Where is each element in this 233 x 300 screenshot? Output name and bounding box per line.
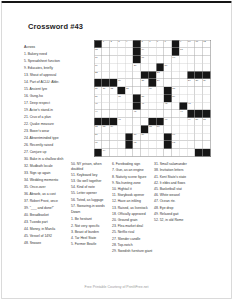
grid-cell <box>102 64 110 72</box>
grid-cell <box>110 102 118 110</box>
cell-number: 40 <box>95 103 98 105</box>
clue-item: 51. Keyboard key <box>71 172 111 176</box>
grid-cell: 2 <box>110 41 118 49</box>
grid-cell <box>172 118 180 126</box>
grid-cell: 28 <box>195 79 203 87</box>
clue-item: 9. Educates, briefly <box>24 65 77 69</box>
black-cell <box>164 133 172 141</box>
cell-number: 9 <box>180 41 181 43</box>
grid-cell <box>180 79 188 87</box>
grid-cell <box>187 141 195 149</box>
cell-number: 35 <box>172 87 175 89</box>
grid-cell: 21 <box>164 64 172 72</box>
grid-cell <box>187 149 195 157</box>
clue-item: 54. Kind of note <box>71 185 111 189</box>
clue-item: 13. Shout of approval <box>24 72 77 76</box>
grid-cell <box>187 87 195 95</box>
cell-number: 16 <box>95 56 98 58</box>
clue-item: 24. Absentminded type <box>24 135 77 139</box>
cell-number: 17 <box>141 56 144 58</box>
clue-item: 48. Snooze <box>24 240 77 244</box>
grid-cell: 32 <box>110 87 118 95</box>
grid-cell <box>187 133 195 141</box>
cell-number: 27 <box>188 79 191 81</box>
clue-item: 45. Vessel of 1492 <box>24 233 77 237</box>
cell-number: 41 <box>141 103 144 105</box>
cell-number: 55 <box>149 126 152 128</box>
cell-number: 18 <box>172 56 175 58</box>
grid-cell <box>125 118 133 126</box>
grid-cell <box>172 110 180 118</box>
black-cell <box>118 87 126 95</box>
clue-item: 23. Flea market deal <box>112 224 154 228</box>
grid-cell: 46 <box>180 110 188 118</box>
cell-number: 43 <box>188 103 191 105</box>
clue-item: 53. Go well together <box>71 179 111 183</box>
clue-item: 32. Mudbath locale <box>24 163 77 167</box>
clue-item: 21. Crux of a plan <box>24 114 77 118</box>
grid-cell <box>195 95 203 103</box>
clue-item: 45. Basketball stat <box>154 187 210 191</box>
clue-item: 12. Have an inkling <box>112 199 154 203</box>
cell-number: 59 <box>141 133 144 135</box>
grid-cell <box>149 110 157 118</box>
clue-item: 3. Beast of burden <box>71 230 111 234</box>
grid-cell <box>195 87 203 95</box>
grid-cell: 44 <box>95 110 103 118</box>
cell-number: 3 <box>118 41 119 43</box>
grid-cell <box>180 56 188 64</box>
black-cell <box>133 48 141 56</box>
cell-number: 1 <box>103 41 104 43</box>
grid-cell <box>180 126 188 134</box>
grid-cell <box>164 71 172 79</box>
clue-item: 6. Foreboding sign <box>112 162 154 166</box>
cell-number: 62 <box>134 141 137 143</box>
cell-number: 54 <box>110 126 113 128</box>
cell-number: 45 <box>134 110 137 112</box>
black-cell <box>195 71 203 79</box>
grid-cell: 63 <box>172 141 180 149</box>
clue-item: 33. Sign up again <box>24 170 77 174</box>
grid-cell <box>172 149 180 157</box>
grid-cell <box>125 126 133 134</box>
cell-number: 53 <box>103 126 106 128</box>
crossword-grid: 1234567891011121314151617181920212223242… <box>94 40 211 157</box>
grid-cell: 64 <box>102 149 110 157</box>
grid-cell <box>187 64 195 72</box>
cell-number: 6 <box>149 41 150 43</box>
grid-cell: 12 <box>203 41 211 49</box>
grid-cell <box>125 64 133 72</box>
grid-cell: 61 <box>95 141 103 149</box>
clue-item: 14. Part of ACLU: Abbr. <box>24 79 77 83</box>
grid-cell <box>156 141 164 149</box>
cell-number: 32 <box>110 87 113 89</box>
grid-cell: 15 <box>180 48 188 56</box>
grid-cell <box>118 102 126 110</box>
grid-cell <box>125 48 133 56</box>
cell-number: 25 <box>141 79 144 81</box>
grid-cell <box>102 110 110 118</box>
black-cell <box>133 95 141 103</box>
grid-cell: 43 <box>187 102 195 110</box>
grid-cell: 8 <box>164 41 172 49</box>
grid-cell <box>156 48 164 56</box>
grid-cell: 47 <box>118 118 126 126</box>
cell-number: 51 <box>203 118 206 120</box>
cell-number: 29 <box>203 79 206 81</box>
grid-cell <box>172 102 180 110</box>
cell-number: 52 <box>95 126 98 128</box>
cell-number: 24 <box>118 79 121 81</box>
cell-number: 23 <box>157 72 160 74</box>
grid-cell: 34 <box>149 87 157 95</box>
grid-cell: 27 <box>187 79 195 87</box>
grid-cell <box>149 48 157 56</box>
grid-cell <box>187 126 195 134</box>
grid-cell <box>133 149 141 157</box>
clue-item: 41. Kent State's state <box>154 174 210 178</box>
grid-cell <box>125 71 133 79</box>
grid-cell <box>125 95 133 103</box>
clue-item: 1. Bakery need <box>24 52 77 56</box>
grid-cell: 4 <box>125 41 133 49</box>
grid-cell <box>141 64 149 72</box>
clue-item: 48. Eye drop <box>154 205 210 209</box>
cell-number: 15 <box>180 48 183 50</box>
clue-column-2: 50. NY prison, when doubled51. Keyboard … <box>71 162 111 248</box>
footer-credit: Free Printable Courtesy of PrintItFree.n… <box>0 285 233 289</box>
down-clues-1: 1. Be hesitant2. Not very specific3. Bea… <box>71 217 111 246</box>
black-cell <box>172 41 180 49</box>
black-cell <box>125 133 133 141</box>
clue-item: 11. Storybook opener <box>112 193 154 197</box>
grid-cell: 6 <box>149 41 157 49</box>
grid-cell: 10 <box>187 41 195 49</box>
clue-item: 13. Raised, as livestock <box>112 205 154 209</box>
cell-number: 7 <box>157 41 158 43</box>
black-cell <box>164 87 172 95</box>
cell-number: 44 <box>95 110 98 112</box>
clue-item: 7. Gun, as an engine <box>112 168 154 172</box>
grid-cell <box>149 64 157 72</box>
grid-cell <box>195 48 203 56</box>
grid-cell: 51 <box>203 118 211 126</box>
grid-cell: 59 <box>141 133 149 141</box>
grid-cell <box>172 71 180 79</box>
grid-cell: 31 <box>102 87 110 95</box>
cell-number: 34 <box>149 87 152 89</box>
grid-cell <box>125 56 133 64</box>
grid-cell <box>203 133 211 141</box>
clue-item: 46. White weasel <box>154 193 210 197</box>
clue-item: 55. Letter opener <box>71 191 111 195</box>
grid-cell: 23 <box>156 71 164 79</box>
grid-cell <box>164 149 172 157</box>
across-clue-column: Across 1. Bakery need5. Spreadsheet func… <box>24 44 77 247</box>
clue-item: 43. Tuxedo part <box>24 219 77 223</box>
grid-cell <box>180 71 188 79</box>
grid-cell <box>133 79 141 87</box>
grid-cell <box>203 141 211 149</box>
clue-item: 5. Spreadsheet function <box>24 58 77 62</box>
grid-cell: 20 <box>133 64 141 72</box>
clue-item: 25. Netflix rival <box>112 230 154 234</box>
clue-item: 18. Officially approved <box>112 212 154 216</box>
grid-cell: 48 <box>164 118 172 126</box>
grid-cell <box>180 87 188 95</box>
grid-cell <box>187 56 195 64</box>
cell-number: 37 <box>118 95 121 97</box>
grid-cell: 37 <box>118 95 126 103</box>
clue-item: 44. Money, in Manila <box>24 226 77 230</box>
clue-item: 56. Toted, as luggage <box>71 197 111 201</box>
clue-item: 5. Former Beatle <box>71 242 111 246</box>
clue-item: 20. Ground grain <box>112 218 154 222</box>
grid-cell <box>102 56 110 64</box>
clue-item: 1. Be hesitant <box>71 217 111 221</box>
across-header: Across <box>24 44 77 49</box>
clue-item: 40. Breadbasket <box>24 212 77 216</box>
cell-number: 8 <box>165 41 166 43</box>
grid-cell <box>102 95 110 103</box>
cell-number: 2 <box>110 41 111 43</box>
page-title: Crossword #43 <box>28 22 83 31</box>
grid-cell <box>149 95 157 103</box>
grid-cell <box>141 149 149 157</box>
clue-item: 34. Wedding memento <box>24 177 77 181</box>
grid-cell <box>125 102 133 110</box>
crossword-page: Crossword #43 12345678910111213141516171… <box>0 0 233 300</box>
clue-column-3: 6. Foreboding sign7. Gun, as an engine8.… <box>112 162 154 255</box>
black-cell <box>125 141 133 149</box>
grid-cell <box>203 87 211 95</box>
clue-item: 42. It ebbs and flows <box>154 181 210 185</box>
black-cell <box>133 41 141 49</box>
clue-item: 31. Small salamander <box>154 162 210 166</box>
clue-item: 47. Ocean rte. <box>154 199 210 203</box>
grid-cell: 17 <box>141 56 149 64</box>
clue-item: 23. Boxer's wear <box>24 128 77 132</box>
clue-item: 4. Tar Heel State <box>71 236 111 240</box>
grid-cell <box>133 118 141 126</box>
cell-number: 21 <box>165 64 168 66</box>
grid-cell <box>180 64 188 72</box>
grid-cell <box>133 71 141 79</box>
clue-item: 15. Ancient lyre <box>24 86 77 90</box>
grid-cell <box>102 133 110 141</box>
grid-cell <box>203 95 211 103</box>
grid-cell <box>203 48 211 56</box>
grid-cell <box>164 126 172 134</box>
grid-cell <box>110 71 118 79</box>
cell-number: 14 <box>141 48 144 50</box>
grid-cell <box>110 64 118 72</box>
grid-cell <box>102 48 110 56</box>
cell-number: 49 <box>188 118 191 120</box>
clue-item: 37. Robert Frost, once <box>24 198 77 202</box>
grid-cell <box>118 126 126 134</box>
grid-cell <box>118 64 126 72</box>
clue-item: 8. Nativity scene figure <box>112 174 154 178</box>
cell-number: 11 <box>196 41 198 43</box>
grid-cell <box>118 141 126 149</box>
grid-cell: 1 <box>102 41 110 49</box>
grid-cell: 24 <box>118 79 126 87</box>
grid-cell: 62 <box>133 141 141 149</box>
clue-item: 9. No-hunting zone <box>112 181 154 185</box>
grid-cell <box>102 102 110 110</box>
grid-cell <box>110 110 118 118</box>
cell-number: 10 <box>188 41 191 43</box>
clue-item: 28. Top-notch <box>112 243 154 247</box>
grid-cell: 55 <box>149 126 157 134</box>
grid-cell <box>102 71 110 79</box>
cell-number: 63 <box>172 141 175 143</box>
grid-cell <box>180 141 188 149</box>
grid-cell: 29 <box>203 79 211 87</box>
grid-cell <box>203 126 211 134</box>
clue-item: 30. Bake in a shallow dish <box>24 156 77 160</box>
cell-number: 31 <box>103 87 106 89</box>
clue-item: 49. Relaxed gait <box>154 212 210 216</box>
cell-number: 64 <box>103 149 106 151</box>
cell-number: 4 <box>126 41 127 43</box>
grid-cell <box>172 64 180 72</box>
grid-cell <box>149 149 157 157</box>
grid-cell <box>180 133 188 141</box>
clue-item: 52. 52, in old Rome <box>154 218 210 222</box>
across-clues-2: 50. NY prison, when doubled51. Keyboard … <box>71 162 111 208</box>
grid-cell: 39 <box>172 95 180 103</box>
black-cell <box>141 71 149 79</box>
clue-column-4: 31. Small salamander38. Invitation lette… <box>154 162 210 224</box>
clue-item: 10. Hightail it <box>112 187 154 191</box>
cell-number: 48 <box>165 118 168 120</box>
grid-cell: 49 <box>187 118 195 126</box>
clue-item: 26. Recently raised <box>24 142 77 146</box>
black-cell <box>164 141 172 149</box>
grid-cell: 22 <box>95 71 103 79</box>
down-clues-3: 31. Small salamander38. Invitation lette… <box>154 162 210 222</box>
down-header: Down <box>71 210 111 215</box>
grid-cell <box>203 102 211 110</box>
grid-cell <box>149 56 157 64</box>
grid-cell: 3 <box>118 41 126 49</box>
black-cell <box>203 71 211 79</box>
grid-cell: 45 <box>133 110 141 118</box>
clue-item: 29. Swedish furniture giant <box>112 249 154 253</box>
grid-cell <box>195 56 203 64</box>
grid-cell <box>180 118 188 126</box>
grid-cell <box>110 56 118 64</box>
grid-cell <box>110 133 118 141</box>
grid-cell: 56 <box>156 126 164 134</box>
clue-item: 35. Once-over <box>24 184 77 188</box>
grid-cell <box>180 95 188 103</box>
clue-item: 2. Not very specific <box>71 223 111 227</box>
grid-cell <box>195 126 203 134</box>
grid-cell <box>149 133 157 141</box>
black-cell <box>149 71 157 79</box>
grid-cell <box>141 141 149 149</box>
grid-cell: 42 <box>164 102 172 110</box>
grid-cell <box>156 87 164 95</box>
cell-number: 46 <box>180 110 183 112</box>
grid-cell: 11 <box>195 41 203 49</box>
grid-cell <box>156 133 164 141</box>
cell-number: 5 <box>141 41 142 43</box>
cell-number: 61 <box>95 141 98 143</box>
cell-number: 28 <box>196 79 199 81</box>
grid-cell: 50 <box>195 118 203 126</box>
grid-cell <box>164 79 172 87</box>
black-cell <box>95 149 103 157</box>
grid-cell <box>203 64 211 72</box>
black-cell <box>203 149 211 157</box>
grid-cell <box>118 133 126 141</box>
cell-number: 39 <box>172 95 175 97</box>
grid-cell <box>156 110 164 118</box>
grid-cell: 41 <box>141 102 149 110</box>
cell-number: 60 <box>172 133 175 135</box>
clue-item: 22. Quake measure <box>24 121 77 125</box>
grid-cell <box>149 141 157 149</box>
grid-cell <box>141 110 149 118</box>
grid-cell <box>156 95 164 103</box>
cell-number: 58 <box>134 133 137 135</box>
grid-cell <box>164 48 172 56</box>
clue-item: 36. Absorb, as a cost <box>24 191 77 195</box>
grid-cell: 30 <box>95 87 103 95</box>
grid-cell <box>156 149 164 157</box>
cell-number: 47 <box>118 118 121 120</box>
clue-item: 17. Deep respect <box>24 100 77 104</box>
cell-number: 38 <box>141 95 144 97</box>
grid-cell: 53 <box>102 126 110 134</box>
grid-cell: 7 <box>156 41 164 49</box>
grid-cell <box>156 102 164 110</box>
clue-item: 39. "___ and done!" <box>24 205 77 209</box>
grid-cell <box>149 102 157 110</box>
black-cell <box>195 149 203 157</box>
grid-cell <box>156 56 164 64</box>
clue-item: 27. Conjure up <box>24 149 77 153</box>
grid-cell <box>125 110 133 118</box>
grid-cell <box>110 48 118 56</box>
clue-item: 38. Invitation letters <box>154 168 210 172</box>
grid-cell <box>187 48 195 56</box>
grid-cell <box>195 133 203 141</box>
clue-item: 16. Gung-ho <box>24 93 77 97</box>
grid-cell <box>118 149 126 157</box>
grid-cell <box>195 141 203 149</box>
cell-number: 33 <box>126 87 129 89</box>
cell-number: 12 <box>203 41 206 43</box>
grid-cell <box>110 95 118 103</box>
grid-cell <box>180 149 188 157</box>
grid-cell <box>118 48 126 56</box>
cell-number: 19 <box>95 64 98 66</box>
grid-cell <box>141 118 149 126</box>
grid-cell: 18 <box>172 56 180 64</box>
cell-number: 13 <box>95 48 98 50</box>
grid-cell <box>195 102 203 110</box>
grid-cell <box>125 149 133 157</box>
cell-number: 36 <box>95 95 98 97</box>
black-cell <box>187 71 195 79</box>
